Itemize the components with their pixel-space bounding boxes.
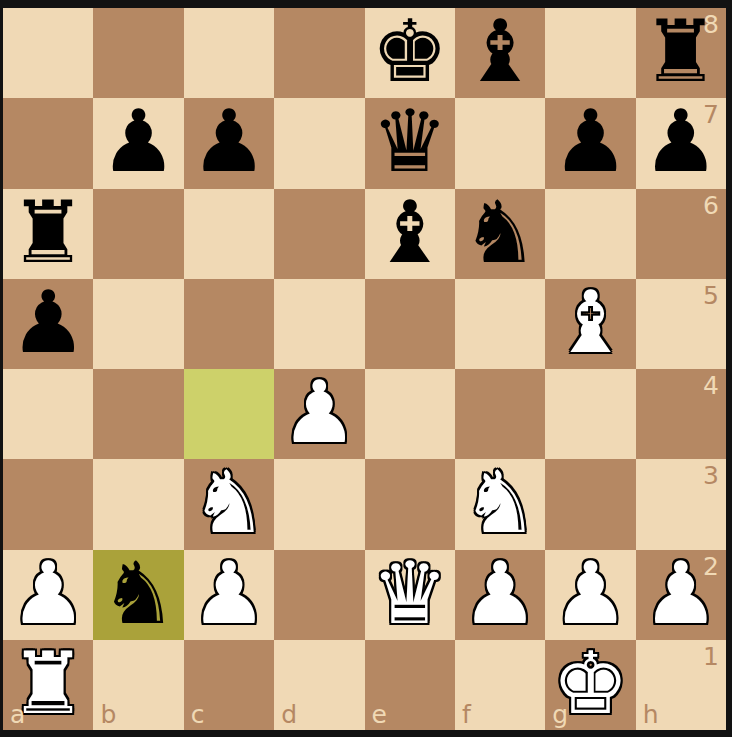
square-e5[interactable]	[365, 279, 455, 369]
piece-black-rook[interactable]: ♜	[10, 189, 87, 275]
square-e1[interactable]: e	[365, 640, 455, 730]
square-a1[interactable]: ♜a	[3, 640, 93, 730]
square-c3[interactable]: ♞	[184, 459, 274, 549]
file-label-d: d	[281, 702, 297, 727]
square-h4[interactable]: 4	[636, 369, 726, 459]
square-g5[interactable]: ♝	[545, 279, 635, 369]
square-f8[interactable]: ♝	[455, 8, 545, 98]
square-f6[interactable]: ♞	[455, 189, 545, 279]
rank-label-4: 4	[703, 373, 719, 398]
rank-label-7: 7	[703, 102, 719, 127]
piece-black-pawn[interactable]: ♟	[190, 98, 267, 184]
square-h3[interactable]: 3	[636, 459, 726, 549]
square-d2[interactable]	[274, 550, 364, 640]
square-a6[interactable]: ♜	[3, 189, 93, 279]
square-d4[interactable]: ♟	[274, 369, 364, 459]
piece-white-queen[interactable]: ♛	[371, 550, 448, 636]
piece-black-queen[interactable]: ♛	[371, 98, 448, 184]
file-label-f: f	[462, 702, 471, 727]
square-d3[interactable]	[274, 459, 364, 549]
piece-black-knight[interactable]: ♞	[100, 550, 177, 636]
piece-white-knight[interactable]: ♞	[462, 459, 539, 545]
square-b6[interactable]	[93, 189, 183, 279]
square-h6[interactable]: 6	[636, 189, 726, 279]
square-g8[interactable]	[545, 8, 635, 98]
piece-white-pawn[interactable]: ♟	[190, 550, 267, 636]
square-g1[interactable]: ♚g	[545, 640, 635, 730]
square-f4[interactable]	[455, 369, 545, 459]
square-e6[interactable]: ♝	[365, 189, 455, 279]
piece-white-pawn[interactable]: ♟	[552, 550, 629, 636]
file-label-c: c	[191, 702, 205, 727]
square-c4[interactable]	[184, 369, 274, 459]
square-d1[interactable]: d	[274, 640, 364, 730]
square-e8[interactable]: ♚	[365, 8, 455, 98]
rank-label-2: 2	[703, 554, 719, 579]
square-c2[interactable]: ♟	[184, 550, 274, 640]
square-f7[interactable]	[455, 98, 545, 188]
square-d6[interactable]	[274, 189, 364, 279]
piece-white-bishop[interactable]: ♝	[552, 279, 629, 365]
square-a4[interactable]	[3, 369, 93, 459]
piece-black-bishop[interactable]: ♝	[371, 189, 448, 275]
file-label-b: b	[100, 702, 116, 727]
rank-label-3: 3	[703, 463, 719, 488]
piece-black-knight[interactable]: ♞	[462, 189, 539, 275]
page-background: { "game": "chess", "position": { "fen": …	[0, 0, 732, 737]
square-h8[interactable]: ♜8	[636, 8, 726, 98]
rank-label-5: 5	[703, 283, 719, 308]
square-b8[interactable]	[93, 8, 183, 98]
square-g7[interactable]: ♟	[545, 98, 635, 188]
square-e7[interactable]: ♛	[365, 98, 455, 188]
square-d5[interactable]	[274, 279, 364, 369]
square-c5[interactable]	[184, 279, 274, 369]
square-g4[interactable]	[545, 369, 635, 459]
square-b7[interactable]: ♟	[93, 98, 183, 188]
file-label-a: a	[10, 702, 25, 727]
square-c7[interactable]: ♟	[184, 98, 274, 188]
piece-white-pawn[interactable]: ♟	[10, 550, 87, 636]
square-a8[interactable]	[3, 8, 93, 98]
rank-label-1: 1	[703, 644, 719, 669]
square-g2[interactable]: ♟	[545, 550, 635, 640]
square-f3[interactable]: ♞	[455, 459, 545, 549]
square-d7[interactable]	[274, 98, 364, 188]
rank-label-6: 6	[703, 193, 719, 218]
piece-black-bishop[interactable]: ♝	[462, 8, 539, 94]
square-d8[interactable]	[274, 8, 364, 98]
file-label-h: h	[643, 702, 659, 727]
square-a3[interactable]	[3, 459, 93, 549]
piece-white-pawn[interactable]: ♟	[281, 369, 358, 455]
square-c1[interactable]: c	[184, 640, 274, 730]
square-g3[interactable]	[545, 459, 635, 549]
square-f1[interactable]: f	[455, 640, 545, 730]
square-h1[interactable]: 1h	[636, 640, 726, 730]
square-a7[interactable]	[3, 98, 93, 188]
square-b2[interactable]: ♞	[93, 550, 183, 640]
square-f2[interactable]: ♟	[455, 550, 545, 640]
piece-white-knight[interactable]: ♞	[190, 459, 267, 545]
file-label-g: g	[552, 702, 568, 727]
piece-black-pawn[interactable]: ♟	[100, 98, 177, 184]
piece-black-pawn[interactable]: ♟	[10, 279, 87, 365]
square-b4[interactable]	[93, 369, 183, 459]
square-a5[interactable]: ♟	[3, 279, 93, 369]
square-e2[interactable]: ♛	[365, 550, 455, 640]
square-e3[interactable]	[365, 459, 455, 549]
file-label-e: e	[372, 702, 387, 727]
piece-black-pawn[interactable]: ♟	[552, 98, 629, 184]
square-e4[interactable]	[365, 369, 455, 459]
square-b5[interactable]	[93, 279, 183, 369]
square-c6[interactable]	[184, 189, 274, 279]
square-b1[interactable]: b	[93, 640, 183, 730]
rank-label-8: 8	[703, 12, 719, 37]
square-b3[interactable]	[93, 459, 183, 549]
square-h7[interactable]: ♟7	[636, 98, 726, 188]
piece-black-king[interactable]: ♚	[371, 8, 448, 94]
square-h5[interactable]: 5	[636, 279, 726, 369]
chess-board: ♚♝♜8♟♟♛♟♟7♜♝♞6♟♝5♟4♞♞3♟♞♟♛♟♟♟2♜abcdef♚g1…	[3, 8, 726, 730]
square-a2[interactable]: ♟	[3, 550, 93, 640]
square-c8[interactable]	[184, 8, 274, 98]
piece-white-pawn[interactable]: ♟	[462, 550, 539, 636]
square-f5[interactable]	[455, 279, 545, 369]
square-g6[interactable]	[545, 189, 635, 279]
square-h2[interactable]: ♟2	[636, 550, 726, 640]
